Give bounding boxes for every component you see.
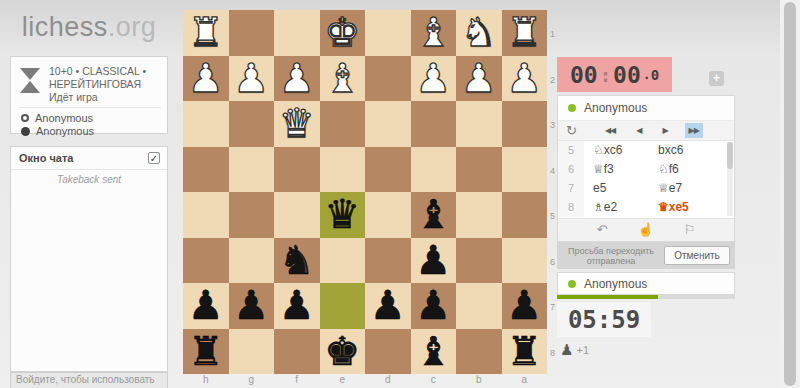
black-pawn[interactable]: ♟ [233,283,269,328]
chess-board[interactable]: ♜♚♝♞♜♟♟♟♝♟♟♟♛♛♝♞♟♟♟♟♟♟♟♜♚♝♜ [183,10,547,374]
square-e4[interactable] [320,147,366,193]
white-pawn[interactable]: ♟ [233,56,269,101]
move-nav-controls: ↻ ◀◀ ◀ ▶ ▶▶ [558,121,734,141]
square-f1[interactable] [274,10,320,56]
white-player-disc [21,114,29,122]
movelist-scrollbar[interactable] [727,142,733,216]
black-move[interactable]: ♛xe5 [656,198,734,217]
black-bishop[interactable]: ♝ [415,192,451,237]
player-row-black: Anonymous [21,125,94,137]
square-h5[interactable] [183,192,229,238]
square-h8[interactable]: ♜ [183,329,229,375]
first-move-button[interactable]: ◀◀ [601,123,619,138]
white-rook[interactable]: ♜ [188,10,224,55]
prev-move-button[interactable]: ◀ [632,123,645,138]
online-dot-icon [568,104,576,112]
square-g2[interactable]: ♟ [229,56,275,102]
rating-progress-fill [557,295,658,299]
white-pawn[interactable]: ♟ [279,56,315,101]
opponent-header: Anonymous [558,96,734,121]
square-a2[interactable]: ♟ [502,56,548,102]
square-e7[interactable] [320,283,366,329]
clock-colon: : [600,64,611,86]
square-a5[interactable] [502,192,548,238]
rated-label: НЕРЕЙТИНГОВАЯ [49,78,164,91]
square-d8[interactable] [365,329,411,375]
square-d3[interactable] [365,101,411,147]
square-g3[interactable] [229,101,275,147]
black-clock: 00:00.0 [557,57,672,92]
file-label-g: g [229,374,275,385]
cycle-icon[interactable]: ↻ [566,123,577,138]
game-status-label: Идёт игра [49,91,164,104]
square-h4[interactable] [183,147,229,193]
white-bishop[interactable]: ♝ [415,10,451,55]
black-move[interactable]: ♕e7 [656,179,734,198]
black-pawn[interactable]: ♟ [415,238,451,283]
black-pawn[interactable]: ♟ [415,283,451,328]
white-player-name: Anonymous [35,112,93,124]
square-g4[interactable] [229,147,275,193]
square-c8[interactable]: ♝ [411,329,457,375]
square-a8[interactable]: ♜ [502,329,548,375]
file-label-c: c [411,374,457,385]
white-move[interactable]: ♕f3 [584,160,656,179]
black-player-disc [21,127,30,136]
white-rook[interactable]: ♜ [506,10,542,55]
square-g7[interactable]: ♟ [229,283,275,329]
white-knight[interactable]: ♞ [461,10,497,55]
chat-notice: Takeback sent [11,174,167,185]
game-info-panel: 10+0 • CLASSICAL • НЕРЕЙТИНГОВАЯ Идёт иг… [10,56,168,134]
move-number: 6 [558,160,584,179]
square-b5[interactable] [456,192,502,238]
square-b8[interactable] [456,329,502,375]
square-c2[interactable]: ♟ [411,56,457,102]
logo-main: lichess [22,12,108,42]
square-g5[interactable] [229,192,275,238]
material-count: +1 [576,344,589,356]
black-pawn[interactable]: ♟ [188,283,224,328]
takeback-request-message: Просьба переходить отправлена [559,246,663,266]
white-pawn[interactable]: ♟ [506,56,542,101]
square-d6[interactable] [365,238,411,284]
white-queen[interactable]: ♛ [279,101,315,146]
file-label-b: b [456,374,502,385]
action-buttons: ↶ ☝ ⚐ [558,218,734,241]
move-row: 6♕f3♘f6 [558,160,734,179]
square-a3[interactable] [502,101,548,147]
clock-tenths: 0 [651,67,659,83]
square-a4[interactable] [502,147,548,193]
square-e5[interactable]: ♛ [320,192,366,238]
black-pawn[interactable]: ♟ [506,283,542,328]
white-clock: 05:59 [557,302,651,337]
chat-panel: Окно чата ✓ Takeback sent [10,146,168,372]
divider [19,107,161,108]
file-label-h: h [183,374,229,385]
captured-pawn-icon: ♟ [560,341,573,359]
opponent-name: Anonymous [584,101,647,115]
square-e8[interactable]: ♚ [320,329,366,375]
takeback-request-bar: Просьба переходить отправлена Отменить [557,242,735,269]
white-pawn[interactable]: ♟ [188,56,224,101]
white-move[interactable]: ♗e2 [584,198,656,217]
clock-seconds: 00 [613,62,641,88]
clock-dot: . [643,67,651,82]
resign-flag-icon[interactable]: ⚐ [684,220,696,240]
black-player-name: Anonymous [36,125,94,137]
square-f7[interactable]: ♟ [274,283,320,329]
page-scrollbar-thumb[interactable] [784,2,796,386]
square-b2[interactable]: ♟ [456,56,502,102]
file-label-d: d [365,374,411,385]
square-h6[interactable] [183,238,229,284]
black-move[interactable]: bxc6 [656,141,734,160]
black-pawn[interactable]: ♟ [370,283,406,328]
game-controls-card: Anonymous ↻ ◀◀ ◀ ▶ ▶▶ 5♘xc6bxc66♕f3♘f67e… [557,95,735,242]
square-f6[interactable]: ♞ [274,238,320,284]
file-label-e: e [320,374,366,385]
move-list: 5♘xc6bxc66♕f3♘f67e5♕e78♗e2♛xe5 [558,141,734,218]
square-h2[interactable]: ♟ [183,56,229,102]
move-number: 8 [558,198,584,217]
move-row: 8♗e2♛xe5 [558,198,734,217]
square-h3[interactable] [183,101,229,147]
square-e6[interactable] [320,238,366,284]
rating-progress-track [557,295,735,299]
move-row: 5♘xc6bxc6 [558,141,734,160]
square-a6[interactable] [502,238,548,284]
black-pawn[interactable]: ♟ [279,283,315,328]
square-d1[interactable] [365,10,411,56]
logo-suffix: .org [108,12,157,42]
square-f8[interactable] [274,329,320,375]
square-e3[interactable] [320,101,366,147]
square-d4[interactable] [365,147,411,193]
rank-label-8: 8 [550,348,560,358]
square-c1[interactable]: ♝ [411,10,457,56]
chat-title: Окно чата [19,152,74,164]
file-label-a: a [502,374,548,385]
square-f2[interactable]: ♟ [274,56,320,102]
square-b3[interactable] [456,101,502,147]
square-b6[interactable] [456,238,502,284]
takeback-icon[interactable]: ↶ [597,220,608,240]
square-b7[interactable] [456,283,502,329]
square-e1[interactable]: ♚ [320,10,366,56]
chat-toggle-checkbox[interactable]: ✓ [148,152,160,164]
square-d7[interactable]: ♟ [365,283,411,329]
white-pawn[interactable]: ♟ [461,56,497,101]
file-label-f: f [274,374,320,385]
move-number: 7 [558,179,584,198]
divider [11,169,167,170]
square-d2[interactable] [365,56,411,102]
square-b4[interactable] [456,147,502,193]
square-h1[interactable]: ♜ [183,10,229,56]
black-king[interactable]: ♚ [324,329,360,374]
square-c5[interactable]: ♝ [411,192,457,238]
square-g1[interactable] [229,10,275,56]
my-player-name: Anonymous [584,277,647,291]
time-control-label: 10+0 • CLASSICAL • [49,65,164,78]
square-c6[interactable]: ♟ [411,238,457,284]
takeback-message-line1: Просьба переходить [559,246,663,256]
black-rook[interactable]: ♜ [188,329,224,374]
white-move[interactable]: ♘xc6 [584,141,656,160]
square-f3[interactable]: ♛ [274,101,320,147]
square-f4[interactable] [274,147,320,193]
square-d5[interactable] [365,192,411,238]
hourglass-icon [20,68,40,80]
lichess-logo[interactable]: lichess.org [0,12,178,43]
cancel-takeback-button[interactable]: Отменить [664,246,730,265]
square-c3[interactable] [411,101,457,147]
black-bishop[interactable]: ♝ [415,329,451,374]
black-rook[interactable]: ♜ [506,329,542,374]
square-b1[interactable]: ♞ [456,10,502,56]
square-f5[interactable] [274,192,320,238]
move-row: 7e5♕e7 [558,179,734,198]
white-bishop[interactable]: ♝ [324,56,360,101]
movelist-scrollbar-thumb[interactable] [727,142,733,169]
add-time-button[interactable]: + [709,71,724,86]
captured-material: ♟ +1 [560,341,589,359]
draw-offer-hand-icon[interactable]: ☝ [638,220,654,240]
my-player-header: Anonymous [557,272,735,295]
square-g6[interactable] [229,238,275,284]
nav-group: ◀◀ ◀ ▶ ▶▶ [601,123,703,138]
square-a1[interactable]: ♜ [502,10,548,56]
move-number: 5 [558,141,584,160]
black-knight[interactable]: ♞ [279,238,315,283]
white-pawn[interactable]: ♟ [415,56,451,101]
white-move[interactable]: e5 [584,179,656,198]
chat-input[interactable]: Войдите, чтобы использовать чат [10,372,168,388]
last-move-button[interactable]: ▶▶ [685,123,703,138]
square-e2[interactable]: ♝ [320,56,366,102]
rank-label-1: 1 [550,29,560,39]
square-c7[interactable]: ♟ [411,283,457,329]
square-g8[interactable] [229,329,275,375]
player-row-white: Anonymous [21,112,93,124]
white-king[interactable]: ♚ [324,10,360,55]
takeback-message-line2: отправлена [559,256,663,266]
black-queen[interactable]: ♛ [324,192,360,237]
online-dot-icon [568,280,576,288]
lichess-game-page: lichess.org 10+0 • CLASSICAL • НЕРЕЙТИНГ… [0,0,800,388]
next-move-button[interactable]: ▶ [658,123,671,138]
square-a7[interactable]: ♟ [502,283,548,329]
square-h7[interactable]: ♟ [183,283,229,329]
square-c4[interactable] [411,147,457,193]
clock-minutes: 00 [570,62,598,88]
black-move[interactable]: ♘f6 [656,160,734,179]
game-info-text: 10+0 • CLASSICAL • НЕРЕЙТИНГОВАЯ Идёт иг… [49,65,164,104]
